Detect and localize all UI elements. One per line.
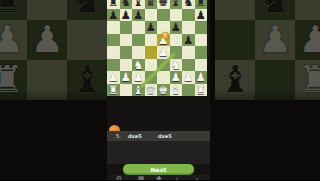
square-c4[interactable] [132, 46, 145, 59]
square-g4[interactable] [182, 46, 195, 59]
square-b2[interactable]: ♟ [120, 71, 133, 84]
white-p-on-c2: ♟ [132, 71, 145, 84]
square-d8[interactable]: ♛ [145, 0, 158, 9]
bg-square [295, 0, 320, 20]
bg-square: ♜ [0, 0, 27, 20]
black-p-on-g5: ♟ [182, 34, 195, 47]
square-d1[interactable]: ♛ [145, 84, 158, 97]
bg-square: ♟ [295, 20, 320, 60]
square-h5[interactable] [195, 34, 208, 47]
bg-square: ♝ [67, 60, 107, 100]
bg-piece-n: ♞ [255, 0, 295, 20]
square-h4[interactable] [195, 46, 208, 59]
square-g6[interactable] [182, 21, 195, 34]
bg-square: ♟ [255, 20, 295, 60]
bg-piece-p: ♟ [27, 20, 67, 60]
bg-square [215, 20, 255, 60]
square-a5[interactable] [107, 34, 120, 47]
square-f5[interactable] [170, 34, 183, 47]
square-c1[interactable]: ♝ [132, 84, 145, 97]
square-h7[interactable]: ♟ [195, 9, 208, 22]
square-f1[interactable]: ♝ [170, 84, 183, 97]
black-p-on-f6: ♟ [170, 21, 183, 34]
bg-piece-r: ♜ [295, 60, 320, 100]
square-h6[interactable] [195, 21, 208, 34]
background-board-left: ♜♞♟♟♜♝ [0, 0, 107, 180]
square-g8[interactable]: ♞ [182, 0, 195, 9]
square-a4[interactable] [107, 46, 120, 59]
white-p-on-h2: ♟ [195, 71, 208, 84]
black-p-on-h7: ♟ [195, 9, 208, 22]
black-k-on-e8: ♚ [157, 0, 170, 9]
move-classification-badge: ? [162, 32, 169, 39]
phone-screen: ♜♞♝♛♚♝♞♜♟♟♟♟♟♟♟♟♟♞♞♟♟♟♟♟♟♜♝♛♚♝♜ ? 5. dxe… [107, 0, 210, 180]
background-grid-right: ♞♟♟♝♜ [215, 0, 320, 100]
back-icon[interactable]: ‹ [172, 175, 182, 180]
white-q-on-d1: ♛ [145, 84, 158, 97]
square-g5[interactable]: ♟ [182, 34, 195, 47]
bg-square: ♞ [255, 0, 295, 20]
forward-icon[interactable]: › [192, 175, 202, 180]
square-g1[interactable] [182, 84, 195, 97]
bg-piece-n: ♞ [67, 0, 107, 20]
square-d3[interactable] [145, 59, 158, 72]
bg-square: ♜ [295, 60, 320, 100]
square-e7[interactable] [157, 9, 170, 22]
bg-piece-b: ♝ [215, 60, 255, 100]
square-c6[interactable] [132, 21, 145, 34]
white-r-on-h1: ♜ [195, 84, 208, 97]
square-c2[interactable]: ♟ [132, 71, 145, 84]
move-white[interactable]: dxe5 [128, 133, 142, 139]
white-p-on-f2: ♟ [170, 71, 183, 84]
bg-piece-p: ♟ [295, 20, 320, 60]
square-a2[interactable]: ♟ [107, 71, 120, 84]
square-a7[interactable]: ♟ [107, 9, 120, 22]
white-k-on-e1: ♚ [157, 84, 170, 97]
white-b-on-f1: ♝ [170, 84, 183, 97]
square-f2[interactable]: ♟ [170, 71, 183, 84]
bg-piece-r: ♜ [0, 0, 27, 20]
bg-piece-p: ♟ [255, 20, 295, 60]
white-p-on-a2: ♟ [107, 71, 120, 84]
square-e3[interactable] [157, 59, 170, 72]
move-number: 5. [116, 133, 121, 139]
square-c5[interactable] [132, 34, 145, 47]
square-a6[interactable] [107, 21, 120, 34]
white-p-on-b2: ♟ [120, 71, 133, 84]
black-p-on-a7: ♟ [107, 9, 120, 22]
square-c7[interactable]: ♟ [132, 9, 145, 22]
bg-square: ♟ [27, 20, 67, 60]
move-black[interactable]: dxe5 [158, 133, 172, 139]
square-d4[interactable] [145, 46, 158, 59]
white-p-on-g2: ♟ [182, 71, 195, 84]
square-b4[interactable] [120, 46, 133, 59]
bg-square [27, 0, 67, 20]
square-d6[interactable]: ♟ [145, 21, 158, 34]
bg-square: ♟ [0, 20, 27, 60]
black-p-on-d6: ♟ [145, 21, 158, 34]
square-h1[interactable]: ♜ [195, 84, 208, 97]
square-d5[interactable] [145, 34, 158, 47]
square-h2[interactable]: ♟ [195, 71, 208, 84]
app-background-panel [107, 141, 210, 164]
square-e1[interactable]: ♚ [157, 84, 170, 97]
bg-piece-b: ♝ [67, 60, 107, 100]
black-p-on-c7: ♟ [132, 9, 145, 22]
bg-square: ♞ [67, 0, 107, 20]
bg-square [215, 0, 255, 20]
square-b6[interactable] [120, 21, 133, 34]
black-p-on-b7: ♟ [120, 9, 133, 22]
background-board-right: ♞♟♟♝♜ [210, 0, 320, 180]
bg-piece-p: ♟ [0, 20, 27, 60]
bg-square [67, 20, 107, 60]
white-r-on-a1: ♜ [107, 84, 120, 97]
square-f8[interactable]: ♝ [170, 0, 183, 9]
white-b-on-c1: ♝ [132, 84, 145, 97]
square-d2[interactable] [145, 71, 158, 84]
bg-piece-r: ♜ [0, 60, 27, 100]
analysis-board-icon[interactable]: ▦ [136, 175, 146, 180]
bg-square: ♜ [0, 60, 27, 100]
black-b-on-f8: ♝ [170, 0, 183, 9]
chess-board: ♜♞♝♛♚♝♞♜♟♟♟♟♟♟♟♟♟♞♞♟♟♟♟♟♟♜♝♛♚♝♜ ? [107, 0, 207, 96]
square-e8[interactable]: ♚ [157, 0, 170, 9]
square-b1[interactable] [120, 84, 133, 97]
square-g2[interactable]: ♟ [182, 71, 195, 84]
screenshot-stage: ♜♞♟♟♜♝ ♞♟♟♝♜ ♜♞♝♛♚♝♞♜♟♟♟♟♟♟♟♟♟♞♞♟♟♟♟♟♟♜♝… [0, 0, 320, 180]
primary-action-button[interactable]: Next [123, 164, 194, 175]
black-q-on-d8: ♛ [145, 0, 158, 9]
square-b5[interactable] [120, 34, 133, 47]
chess-board-grid: ♜♞♝♛♚♝♞♜♟♟♟♟♟♟♟♟♟♞♞♟♟♟♟♟♟♜♝♛♚♝♜ [107, 0, 207, 96]
square-e4[interactable]: ♟ [157, 46, 170, 59]
square-g7[interactable] [182, 9, 195, 22]
square-b7[interactable]: ♟ [120, 9, 133, 22]
square-a1[interactable]: ♜ [107, 84, 120, 97]
black-n-on-g8: ♞ [182, 0, 195, 9]
bg-square: ♝ [215, 60, 255, 100]
square-f4[interactable] [170, 46, 183, 59]
bg-square [27, 60, 67, 100]
square-e2[interactable] [157, 71, 170, 84]
bg-square [255, 60, 295, 100]
move-list: 5. dxe5 dxe5 [107, 131, 210, 141]
settings-icon[interactable]: ⚙ [114, 175, 124, 180]
game-controls-footer: ⚙▦✚‹› [107, 175, 210, 181]
white-p-on-e4: ♟ [157, 46, 170, 59]
background-grid-left: ♜♞♟♟♜♝ [0, 0, 107, 100]
add-icon[interactable]: ✚ [154, 175, 164, 180]
square-f6[interactable]: ♟ [170, 21, 183, 34]
